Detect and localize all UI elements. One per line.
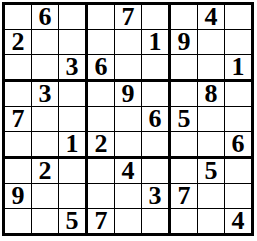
- cell-r8c9[interactable]: [225, 184, 251, 209]
- cell-r8c6[interactable]: 3: [142, 184, 171, 209]
- cell-r5c2[interactable]: [32, 107, 59, 132]
- cell-r3c9[interactable]: 1: [225, 55, 251, 82]
- cell-r9c6[interactable]: [142, 209, 171, 233]
- cell-r3c2[interactable]: [32, 55, 59, 82]
- cell-r6c2[interactable]: [32, 132, 59, 159]
- cell-r5c3[interactable]: [59, 107, 88, 132]
- cell-r5c1[interactable]: 7: [5, 107, 32, 132]
- cell-r9c5[interactable]: [115, 209, 142, 233]
- cell-r5c8[interactable]: [198, 107, 225, 132]
- cell-r2c9[interactable]: [225, 30, 251, 55]
- cell-r1c5[interactable]: 7: [115, 5, 142, 30]
- cell-r4c6[interactable]: [142, 82, 171, 107]
- cell-r6c6[interactable]: [142, 132, 171, 159]
- cell-r8c2[interactable]: [32, 184, 59, 209]
- cell-r2c5[interactable]: [115, 30, 142, 55]
- cell-r6c5[interactable]: [115, 132, 142, 159]
- cell-r6c9[interactable]: 6: [225, 132, 251, 159]
- cell-r3c7[interactable]: [171, 55, 198, 82]
- cell-r6c3[interactable]: 1: [59, 132, 88, 159]
- cell-r2c7[interactable]: 9: [171, 30, 198, 55]
- cell-r5c5[interactable]: [115, 107, 142, 132]
- cell-r9c8[interactable]: [198, 209, 225, 233]
- cell-r2c2[interactable]: [32, 30, 59, 55]
- sudoku-board-margin: 674219361398765126245937574: [0, 0, 256, 238]
- cell-r2c6[interactable]: 1: [142, 30, 171, 55]
- cell-r3c4[interactable]: 6: [88, 55, 115, 82]
- cell-r6c7[interactable]: [171, 132, 198, 159]
- cell-r5c7[interactable]: 5: [171, 107, 198, 132]
- cell-r6c8[interactable]: [198, 132, 225, 159]
- sudoku-board: 674219361398765126245937574: [2, 2, 254, 236]
- cell-r8c4[interactable]: [88, 184, 115, 209]
- cell-r1c4[interactable]: [88, 5, 115, 30]
- cell-r4c8[interactable]: 8: [198, 82, 225, 107]
- cell-r1c8[interactable]: 4: [198, 5, 225, 30]
- cell-r7c1[interactable]: [5, 159, 32, 184]
- cell-r3c8[interactable]: [198, 55, 225, 82]
- cell-r4c2[interactable]: 3: [32, 82, 59, 107]
- cell-r7c6[interactable]: [142, 159, 171, 184]
- cell-r8c8[interactable]: [198, 184, 225, 209]
- cell-r4c7[interactable]: [171, 82, 198, 107]
- cell-r9c7[interactable]: [171, 209, 198, 233]
- cell-r1c3[interactable]: [59, 5, 88, 30]
- cell-r5c9[interactable]: [225, 107, 251, 132]
- cell-r8c1[interactable]: 9: [5, 184, 32, 209]
- cell-r5c6[interactable]: 6: [142, 107, 171, 132]
- cell-r7c9[interactable]: [225, 159, 251, 184]
- cell-r6c4[interactable]: 2: [88, 132, 115, 159]
- cell-r4c3[interactable]: [59, 82, 88, 107]
- cell-r7c8[interactable]: 5: [198, 159, 225, 184]
- cell-r5c4[interactable]: [88, 107, 115, 132]
- cell-r9c1[interactable]: [5, 209, 32, 233]
- cell-r7c3[interactable]: [59, 159, 88, 184]
- cell-r4c4[interactable]: [88, 82, 115, 107]
- cell-r9c2[interactable]: [32, 209, 59, 233]
- cell-r4c5[interactable]: 9: [115, 82, 142, 107]
- cell-r4c9[interactable]: [225, 82, 251, 107]
- cell-r6c1[interactable]: [5, 132, 32, 159]
- cell-r8c3[interactable]: [59, 184, 88, 209]
- cell-r9c3[interactable]: 5: [59, 209, 88, 233]
- cell-r9c4[interactable]: 7: [88, 209, 115, 233]
- cell-r2c8[interactable]: [198, 30, 225, 55]
- cell-r8c5[interactable]: [115, 184, 142, 209]
- cell-r9c9[interactable]: 4: [225, 209, 251, 233]
- cell-r1c9[interactable]: [225, 5, 251, 30]
- cell-r3c1[interactable]: [5, 55, 32, 82]
- cell-r2c1[interactable]: 2: [5, 30, 32, 55]
- cell-r2c4[interactable]: [88, 30, 115, 55]
- cell-r3c6[interactable]: [142, 55, 171, 82]
- cell-r2c3[interactable]: [59, 30, 88, 55]
- cell-r1c7[interactable]: [171, 5, 198, 30]
- cell-r8c7[interactable]: 7: [171, 184, 198, 209]
- cell-r3c3[interactable]: 3: [59, 55, 88, 82]
- cell-r7c5[interactable]: 4: [115, 159, 142, 184]
- cell-r7c7[interactable]: [171, 159, 198, 184]
- cell-r1c2[interactable]: 6: [32, 5, 59, 30]
- cell-r3c5[interactable]: [115, 55, 142, 82]
- cell-r7c2[interactable]: 2: [32, 159, 59, 184]
- cell-r7c4[interactable]: [88, 159, 115, 184]
- cell-r1c6[interactable]: [142, 5, 171, 30]
- cell-r1c1[interactable]: [5, 5, 32, 30]
- cell-r4c1[interactable]: [5, 82, 32, 107]
